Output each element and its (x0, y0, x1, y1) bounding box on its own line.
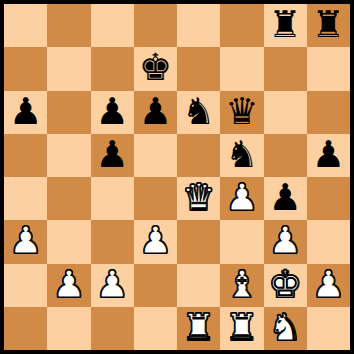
square-g5[interactable] (264, 134, 307, 177)
piece-black-pawn[interactable]: ♟ (269, 179, 302, 216)
piece-black-rook[interactable]: ♜ (269, 6, 302, 43)
piece-white-bishop[interactable]: ♝ (225, 266, 258, 303)
square-b1[interactable] (47, 307, 90, 350)
square-b5[interactable] (47, 134, 90, 177)
square-f1[interactable]: ♜ (220, 307, 263, 350)
square-c3[interactable] (91, 220, 134, 263)
square-d6[interactable]: ♟ (134, 91, 177, 134)
square-g6[interactable] (264, 91, 307, 134)
piece-black-pawn[interactable]: ♟ (96, 93, 129, 130)
square-d3[interactable]: ♟ (134, 220, 177, 263)
piece-white-pawn[interactable]: ♟ (96, 266, 129, 303)
piece-white-pawn[interactable]: ♟ (269, 222, 302, 259)
square-e2[interactable] (177, 264, 220, 307)
square-b4[interactable] (47, 177, 90, 220)
piece-white-pawn[interactable]: ♟ (9, 222, 42, 259)
piece-black-pawn[interactable]: ♟ (312, 136, 345, 173)
square-b6[interactable] (47, 91, 90, 134)
square-h7[interactable] (307, 47, 350, 90)
square-g1[interactable]: ♞ (264, 307, 307, 350)
piece-black-pawn[interactable]: ♟ (139, 93, 172, 130)
square-e1[interactable]: ♜ (177, 307, 220, 350)
square-f3[interactable] (220, 220, 263, 263)
piece-white-knight[interactable]: ♞ (269, 309, 302, 346)
piece-white-pawn[interactable]: ♟ (139, 222, 172, 259)
square-h8[interactable]: ♜ (307, 4, 350, 47)
chess-board: ♜♜♚♟♟♟♞♛♟♞♟♛♟♟♟♟♟♟♟♝♚♟♜♜♞ (4, 4, 350, 350)
piece-white-pawn[interactable]: ♟ (312, 266, 345, 303)
square-d4[interactable] (134, 177, 177, 220)
square-h4[interactable] (307, 177, 350, 220)
piece-black-pawn[interactable]: ♟ (96, 136, 129, 173)
square-e3[interactable] (177, 220, 220, 263)
square-a6[interactable]: ♟ (4, 91, 47, 134)
square-c1[interactable] (91, 307, 134, 350)
square-h5[interactable]: ♟ (307, 134, 350, 177)
square-c5[interactable]: ♟ (91, 134, 134, 177)
square-h6[interactable] (307, 91, 350, 134)
square-e6[interactable]: ♞ (177, 91, 220, 134)
square-g3[interactable]: ♟ (264, 220, 307, 263)
piece-white-king[interactable]: ♚ (269, 266, 302, 303)
square-f2[interactable]: ♝ (220, 264, 263, 307)
piece-black-king[interactable]: ♚ (139, 49, 172, 86)
square-c4[interactable] (91, 177, 134, 220)
square-e4[interactable]: ♛ (177, 177, 220, 220)
piece-white-queen[interactable]: ♛ (182, 179, 215, 216)
square-a7[interactable] (4, 47, 47, 90)
piece-black-knight[interactable]: ♞ (225, 136, 258, 173)
square-e7[interactable] (177, 47, 220, 90)
square-b2[interactable]: ♟ (47, 264, 90, 307)
square-b7[interactable] (47, 47, 90, 90)
square-d5[interactable] (134, 134, 177, 177)
square-c7[interactable] (91, 47, 134, 90)
square-f5[interactable]: ♞ (220, 134, 263, 177)
square-b8[interactable] (47, 4, 90, 47)
chess-app: ♜♜♚♟♟♟♞♛♟♞♟♛♟♟♟♟♟♟♟♝♚♟♜♜♞ (0, 0, 354, 354)
square-a1[interactable] (4, 307, 47, 350)
piece-white-pawn[interactable]: ♟ (52, 266, 85, 303)
square-h1[interactable] (307, 307, 350, 350)
square-g7[interactable] (264, 47, 307, 90)
square-f8[interactable] (220, 4, 263, 47)
square-a3[interactable]: ♟ (4, 220, 47, 263)
square-d2[interactable] (134, 264, 177, 307)
piece-white-rook[interactable]: ♜ (182, 309, 215, 346)
square-d7[interactable]: ♚ (134, 47, 177, 90)
piece-black-queen[interactable]: ♛ (225, 93, 258, 130)
piece-black-knight[interactable]: ♞ (182, 93, 215, 130)
square-f7[interactable] (220, 47, 263, 90)
square-d8[interactable] (134, 4, 177, 47)
piece-black-pawn[interactable]: ♟ (9, 93, 42, 130)
piece-white-pawn[interactable]: ♟ (225, 179, 258, 216)
square-a4[interactable] (4, 177, 47, 220)
square-b3[interactable] (47, 220, 90, 263)
square-g8[interactable]: ♜ (264, 4, 307, 47)
square-d1[interactable] (134, 307, 177, 350)
piece-black-rook[interactable]: ♜ (312, 6, 345, 43)
square-f4[interactable]: ♟ (220, 177, 263, 220)
square-g2[interactable]: ♚ (264, 264, 307, 307)
square-a2[interactable] (4, 264, 47, 307)
board-frame: ♜♜♚♟♟♟♞♛♟♞♟♛♟♟♟♟♟♟♟♝♚♟♜♜♞ (0, 0, 354, 354)
square-h2[interactable]: ♟ (307, 264, 350, 307)
square-e5[interactable] (177, 134, 220, 177)
square-a8[interactable] (4, 4, 47, 47)
square-c6[interactable]: ♟ (91, 91, 134, 134)
square-c8[interactable] (91, 4, 134, 47)
square-e8[interactable] (177, 4, 220, 47)
piece-white-rook[interactable]: ♜ (225, 309, 258, 346)
square-g4[interactable]: ♟ (264, 177, 307, 220)
square-h3[interactable] (307, 220, 350, 263)
square-f6[interactable]: ♛ (220, 91, 263, 134)
square-a5[interactable] (4, 134, 47, 177)
square-c2[interactable]: ♟ (91, 264, 134, 307)
